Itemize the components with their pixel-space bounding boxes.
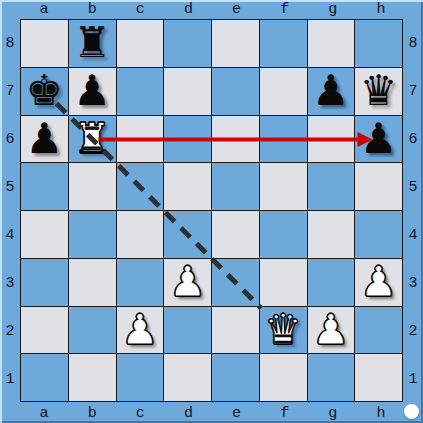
chess-board: ♜♚♟♟♛♟♜♟♟♟♟♛♟	[20, 19, 403, 402]
coordinate-label-c: c	[116, 403, 164, 423]
coordinate-label-7: 7	[403, 67, 423, 115]
square-d5[interactable]	[164, 163, 211, 210]
coordinate-label-4: 4	[403, 212, 423, 260]
square-d7[interactable]	[164, 68, 211, 115]
piece-white-queen-f2[interactable]: ♛	[264, 309, 302, 351]
square-f6[interactable]	[260, 116, 307, 163]
piece-black-pawn-g7[interactable]: ♟	[312, 70, 350, 112]
square-c5[interactable]	[117, 163, 164, 210]
square-g5[interactable]	[308, 163, 355, 210]
square-h4[interactable]	[355, 211, 402, 258]
square-f1[interactable]	[260, 354, 307, 401]
square-a6[interactable]: ♟	[21, 116, 68, 163]
white-to-move-indicator	[404, 404, 419, 419]
coordinate-label-e: e	[213, 0, 261, 19]
chess-board-window: abcdefgh abcdefgh 87654321 87654321 ♜♚♟♟…	[0, 0, 423, 423]
file-labels-top: abcdefgh	[20, 0, 405, 19]
piece-white-pawn-h3[interactable]: ♟	[360, 261, 398, 303]
square-a4[interactable]	[21, 211, 68, 258]
coordinate-label-8: 8	[403, 19, 423, 67]
coordinate-label-5: 5	[0, 163, 20, 211]
coordinate-label-b: b	[68, 0, 116, 19]
file-labels-bottom: abcdefgh	[20, 403, 405, 423]
piece-white-pawn-d3[interactable]: ♟	[169, 261, 207, 303]
coordinate-label-f: f	[261, 403, 309, 423]
coordinate-label-2: 2	[0, 308, 20, 356]
coordinate-label-2: 2	[403, 308, 423, 356]
square-e2[interactable]	[212, 307, 259, 354]
square-d1[interactable]	[164, 354, 211, 401]
coordinate-label-a: a	[20, 403, 68, 423]
square-h7[interactable]: ♛	[355, 68, 402, 115]
square-c6[interactable]	[117, 116, 164, 163]
square-e7[interactable]	[212, 68, 259, 115]
coordinate-label-6: 6	[0, 115, 20, 163]
coordinate-label-g: g	[309, 0, 357, 19]
coordinate-label-f: f	[261, 0, 309, 19]
square-h2[interactable]	[355, 307, 402, 354]
coordinate-label-8: 8	[0, 19, 20, 67]
square-d2[interactable]	[164, 307, 211, 354]
coordinate-label-g: g	[309, 403, 357, 423]
coordinate-label-h: h	[357, 0, 405, 19]
piece-white-rook-b6[interactable]: ♜	[73, 118, 111, 160]
square-a1[interactable]	[21, 354, 68, 401]
square-h6[interactable]: ♟	[355, 116, 402, 163]
rank-labels-left: 87654321	[0, 19, 20, 404]
square-h8[interactable]	[355, 20, 402, 67]
piece-black-pawn-a6[interactable]: ♟	[26, 118, 64, 160]
coordinate-label-1: 1	[0, 356, 20, 404]
square-d4[interactable]	[164, 211, 211, 258]
square-d3[interactable]: ♟	[164, 259, 211, 306]
square-b7[interactable]: ♟	[69, 68, 116, 115]
square-f4[interactable]	[260, 211, 307, 258]
square-g8[interactable]	[308, 20, 355, 67]
square-e8[interactable]	[212, 20, 259, 67]
piece-black-queen-h7[interactable]: ♛	[360, 70, 398, 112]
square-d8[interactable]	[164, 20, 211, 67]
square-b8[interactable]: ♜	[69, 20, 116, 67]
square-f2[interactable]: ♛	[260, 307, 307, 354]
square-a7[interactable]: ♚	[21, 68, 68, 115]
coordinate-label-d: d	[164, 403, 212, 423]
square-h1[interactable]	[355, 354, 402, 401]
square-g1[interactable]	[308, 354, 355, 401]
square-c2[interactable]: ♟	[117, 307, 164, 354]
square-g2[interactable]: ♟	[308, 307, 355, 354]
square-h3[interactable]: ♟	[355, 259, 402, 306]
square-b5[interactable]	[69, 163, 116, 210]
square-d6[interactable]	[164, 116, 211, 163]
square-g6[interactable]	[308, 116, 355, 163]
square-g7[interactable]: ♟	[308, 68, 355, 115]
square-f5[interactable]	[260, 163, 307, 210]
coordinate-label-d: d	[164, 0, 212, 19]
coordinate-label-3: 3	[0, 260, 20, 308]
square-a8[interactable]	[21, 20, 68, 67]
square-c4[interactable]	[117, 211, 164, 258]
square-b6[interactable]: ♜	[69, 116, 116, 163]
square-f3[interactable]	[260, 259, 307, 306]
coordinate-label-4: 4	[0, 212, 20, 260]
square-c3[interactable]	[117, 259, 164, 306]
coordinate-label-e: e	[213, 403, 261, 423]
coordinate-label-b: b	[68, 403, 116, 423]
square-g3[interactable]	[308, 259, 355, 306]
square-g4[interactable]	[308, 211, 355, 258]
square-h5[interactable]	[355, 163, 402, 210]
square-b2[interactable]	[69, 307, 116, 354]
square-b3[interactable]	[69, 259, 116, 306]
square-e4[interactable]	[212, 211, 259, 258]
coordinate-label-5: 5	[403, 163, 423, 211]
square-f8[interactable]	[260, 20, 307, 67]
piece-black-pawn-h6[interactable]: ♟	[360, 118, 398, 160]
coordinate-label-3: 3	[403, 260, 423, 308]
square-a2[interactable]	[21, 307, 68, 354]
coordinate-label-c: c	[116, 0, 164, 19]
square-c1[interactable]	[117, 354, 164, 401]
coordinate-label-h: h	[357, 403, 405, 423]
coordinate-label-6: 6	[403, 115, 423, 163]
rank-labels-right: 87654321	[403, 19, 423, 404]
square-c8[interactable]	[117, 20, 164, 67]
square-a5[interactable]	[21, 163, 68, 210]
square-e6[interactable]	[212, 116, 259, 163]
square-a3[interactable]	[21, 259, 68, 306]
square-b1[interactable]	[69, 354, 116, 401]
square-c7[interactable]	[117, 68, 164, 115]
square-e1[interactable]	[212, 354, 259, 401]
coordinate-label-a: a	[20, 0, 68, 19]
piece-black-king-a7[interactable]: ♚	[26, 70, 64, 112]
coordinate-label-1: 1	[403, 356, 423, 404]
square-f7[interactable]	[260, 68, 307, 115]
coordinate-label-7: 7	[0, 67, 20, 115]
piece-white-pawn-c2[interactable]: ♟	[121, 309, 159, 351]
square-e3[interactable]	[212, 259, 259, 306]
piece-white-pawn-g2[interactable]: ♟	[312, 309, 350, 351]
piece-black-rook-b8[interactable]: ♜	[73, 22, 111, 64]
square-b4[interactable]	[69, 211, 116, 258]
square-e5[interactable]	[212, 163, 259, 210]
piece-black-pawn-b7[interactable]: ♟	[73, 70, 111, 112]
